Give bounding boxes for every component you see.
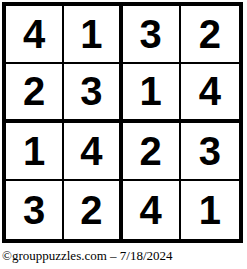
cell-r2c2: 3 bbox=[64, 64, 122, 122]
cell-r2c3: 1 bbox=[123, 64, 181, 122]
cell-r2c4: 4 bbox=[181, 64, 239, 122]
cell-r3c2: 4 bbox=[64, 123, 122, 181]
sudoku-board: 4 1 3 2 2 3 1 4 1 4 2 3 3 2 4 1 bbox=[2, 2, 243, 243]
cell-r4c1: 3 bbox=[6, 181, 64, 239]
cell-r4c4: 1 bbox=[181, 181, 239, 239]
cell-r1c1: 4 bbox=[6, 6, 64, 64]
cell-r4c2: 2 bbox=[64, 181, 122, 239]
cell-r1c2: 1 bbox=[64, 6, 122, 64]
cell-r3c4: 3 bbox=[181, 123, 239, 181]
cell-r1c3: 3 bbox=[123, 6, 181, 64]
cell-r3c1: 1 bbox=[6, 123, 64, 181]
copyright-credit: ©grouppuzzles.com – 7/18/2024 bbox=[2, 248, 173, 264]
puzzle-page: 4 1 3 2 2 3 1 4 1 4 2 3 3 2 4 1 ©grouppu… bbox=[0, 0, 247, 269]
cell-r1c4: 2 bbox=[181, 6, 239, 64]
cell-r3c3: 2 bbox=[123, 123, 181, 181]
cell-r2c1: 2 bbox=[6, 64, 64, 122]
cell-r4c3: 4 bbox=[123, 181, 181, 239]
